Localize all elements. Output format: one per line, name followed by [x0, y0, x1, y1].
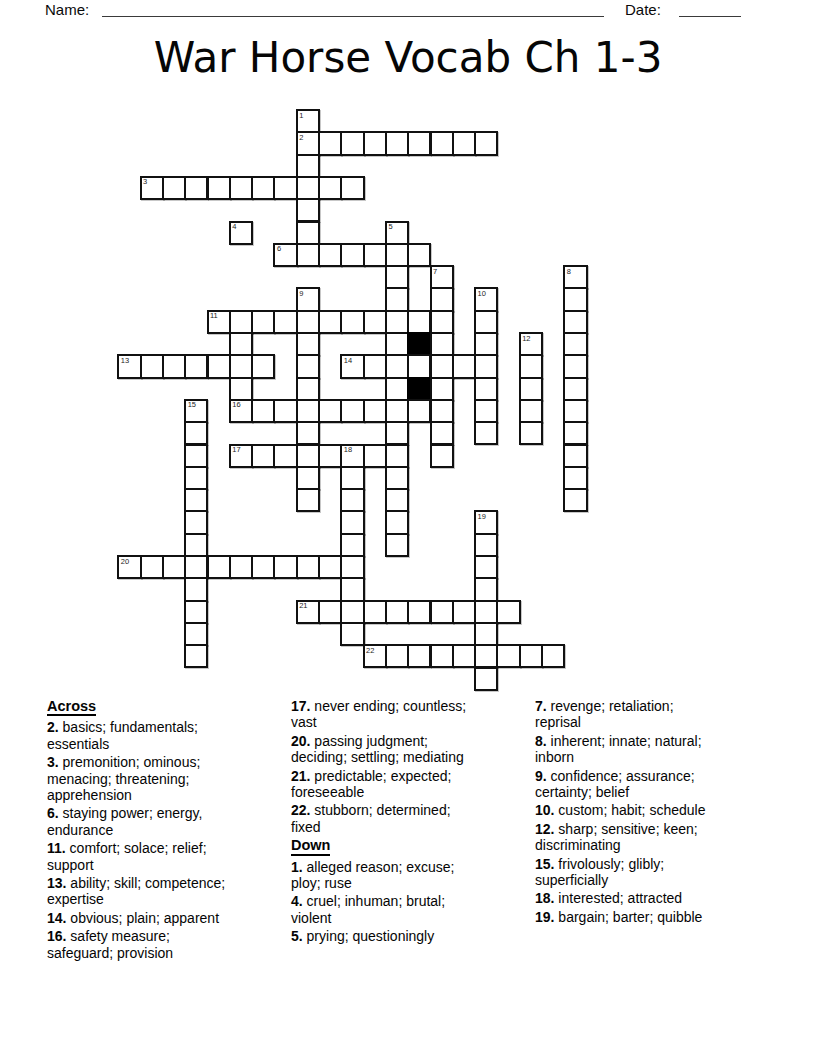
grid-cell[interactable] [563, 399, 587, 423]
grid-cell[interactable] [452, 354, 476, 378]
clue-number: 17. [291, 698, 314, 714]
grid-cell[interactable] [318, 243, 342, 267]
clue-text: custom; habit; schedule [558, 802, 705, 818]
grid-cell[interactable] [229, 176, 253, 200]
clue-item-14: 14. obvious; plain; apparent [47, 910, 289, 926]
clue-text: sharp; sensitive; keen; discriminating [535, 821, 698, 853]
grid-cell[interactable] [474, 310, 498, 334]
grid-cell[interactable] [474, 622, 498, 646]
black-cell [407, 377, 431, 401]
grid-cell[interactable] [140, 354, 164, 378]
clue-item-17: 17. never ending; countless; vast [291, 698, 533, 731]
grid-cell[interactable] [184, 644, 208, 668]
grid-cell[interactable]: 10 [474, 287, 498, 311]
clue-item-16: 16. safety measure; safeguard; provision [47, 928, 289, 961]
clue-number-label: 11 [210, 312, 218, 320]
clue-item-22: 22. stubborn; determined; fixed [291, 802, 533, 835]
grid-cell[interactable] [184, 444, 208, 468]
clue-number: 6. [47, 805, 63, 821]
grid-cell[interactable] [496, 644, 520, 668]
grid-cell[interactable] [474, 555, 498, 579]
clue-number-label: 17 [232, 446, 240, 454]
grid-cell[interactable] [474, 131, 498, 155]
grid-cell[interactable] [474, 667, 498, 691]
grid-cell[interactable] [340, 399, 364, 423]
grid-cell[interactable] [430, 131, 454, 155]
grid-cell[interactable] [430, 600, 454, 624]
grid-cell[interactable] [430, 444, 454, 468]
grid-cell[interactable] [184, 176, 208, 200]
clue-number-label: 21 [299, 602, 307, 610]
grid-cell[interactable] [251, 310, 275, 334]
grid-cell[interactable] [430, 287, 454, 311]
clue-number-label: 14 [344, 357, 352, 365]
grid-cell[interactable] [563, 332, 587, 356]
grid-cell[interactable] [296, 399, 320, 423]
grid-cell[interactable] [340, 533, 364, 557]
grid-cell[interactable] [162, 176, 186, 200]
grid-cell[interactable] [519, 421, 543, 445]
clue-number-label: 8 [567, 268, 571, 276]
grid-cell[interactable] [563, 444, 587, 468]
clue-text: passing judgment; deciding; settling; me… [291, 733, 464, 765]
clue-number: 1. [291, 859, 307, 875]
grid-cell[interactable] [363, 444, 387, 468]
clue-number: 19. [535, 909, 558, 925]
clue-number: 22. [291, 802, 314, 818]
grid-cell[interactable] [385, 510, 409, 534]
grid-cell[interactable] [363, 354, 387, 378]
clue-item-3: 3. premonition; ominous; menacing; threa… [47, 754, 289, 803]
clue-text: alleged reason; excuse; ploy; ruse [291, 859, 454, 891]
grid-cell[interactable] [184, 466, 208, 490]
grid-cell[interactable] [496, 600, 520, 624]
grid-cell[interactable] [296, 555, 320, 579]
grid-cell[interactable] [251, 555, 275, 579]
grid-cell[interactable] [340, 466, 364, 490]
grid-cell[interactable] [474, 600, 498, 624]
grid-cell[interactable] [563, 310, 587, 334]
grid-cell[interactable] [385, 287, 409, 311]
grid-cell[interactable] [229, 354, 253, 378]
clue-number-label: 9 [299, 290, 303, 298]
grid-cell[interactable] [184, 354, 208, 378]
clue-number: 5. [291, 928, 307, 944]
clue-text: bargain; barter; quibble [558, 909, 702, 925]
grid-cell[interactable] [407, 644, 431, 668]
grid-cell[interactable] [430, 421, 454, 445]
clue-text: predictable; expected; foreseeable [291, 768, 451, 800]
clue-text: staying power; energy, endurance [47, 805, 202, 837]
grid-cell[interactable] [296, 198, 320, 222]
clue-item-18: 18. interested; attracted [535, 890, 777, 906]
grid-cell[interactable] [207, 176, 231, 200]
grid-cell[interactable]: 6 [273, 243, 297, 267]
clue-text: cruel; inhuman; brutal; violent [291, 893, 445, 925]
grid-cell[interactable] [318, 555, 342, 579]
grid-cell[interactable] [363, 399, 387, 423]
clue-column-1: Across2. basics; fundamentals; essential… [47, 698, 289, 963]
grid-cell[interactable] [340, 488, 364, 512]
grid-cell[interactable] [519, 644, 543, 668]
clue-number-label: 20 [121, 558, 129, 566]
clue-number-label: 5 [388, 223, 392, 231]
clue-text: prying; questioningly [307, 928, 435, 944]
grid-cell[interactable] [563, 421, 587, 445]
grid-cell[interactable] [563, 354, 587, 378]
grid-cell[interactable] [474, 577, 498, 601]
grid-cell[interactable] [430, 399, 454, 423]
grid-cell[interactable]: 9 [296, 287, 320, 311]
grid-cell[interactable] [385, 332, 409, 356]
grid-cell[interactable] [251, 354, 275, 378]
clue-number: 15. [535, 856, 558, 872]
grid-cell[interactable] [229, 332, 253, 356]
grid-cell[interactable] [296, 466, 320, 490]
grid-cell[interactable] [184, 488, 208, 512]
grid-cell[interactable] [296, 221, 320, 245]
clue-number: 2. [47, 719, 63, 735]
grid-cell[interactable] [251, 444, 275, 468]
grid-cell[interactable] [296, 421, 320, 445]
grid-cell[interactable]: 19 [474, 510, 498, 534]
grid-cell[interactable] [318, 399, 342, 423]
grid-cell[interactable] [162, 354, 186, 378]
grid-cell[interactable] [452, 600, 476, 624]
grid-cell[interactable] [229, 377, 253, 401]
clue-text: ability; skill; competence; expertise [47, 875, 225, 907]
grid-cell[interactable] [340, 131, 364, 155]
grid-cell[interactable]: 21 [296, 600, 320, 624]
clue-number: 11. [47, 840, 70, 856]
grid-cell[interactable] [296, 444, 320, 468]
clue-item-9: 9. confidence; assurance; certainty; bel… [535, 768, 777, 801]
grid-cell[interactable]: 11 [207, 310, 231, 334]
grid-cell[interactable] [184, 577, 208, 601]
crossword-grid: 12345678910111213141516171819202122 [0, 0, 816, 700]
grid-cell[interactable] [340, 622, 364, 646]
grid-cell[interactable] [184, 421, 208, 445]
grid-cell[interactable] [273, 444, 297, 468]
clue-item-5: 5. prying; questioningly [291, 928, 533, 944]
grid-cell[interactable] [407, 310, 431, 334]
grid-cell[interactable] [474, 421, 498, 445]
grid-cell[interactable] [363, 310, 387, 334]
clue-column-2: 17. never ending; countless; vast20. pas… [291, 698, 533, 947]
grid-cell[interactable]: 18 [340, 444, 364, 468]
grid-cell[interactable] [519, 354, 543, 378]
grid-cell[interactable] [251, 176, 275, 200]
grid-cell[interactable] [430, 377, 454, 401]
grid-cell[interactable] [273, 555, 297, 579]
clue-number-label: 12 [522, 335, 530, 343]
clue-item-11: 11. comfort; solace; relief; support [47, 840, 289, 873]
grid-cell[interactable] [385, 466, 409, 490]
clues-heading-across: Across [47, 698, 96, 716]
clue-number-label: 15 [188, 401, 196, 409]
grid-cell[interactable] [318, 131, 342, 155]
grid-cell[interactable] [385, 421, 409, 445]
grid-cell[interactable] [519, 399, 543, 423]
grid-cell[interactable] [273, 310, 297, 334]
clue-text: obvious; plain; apparent [70, 910, 219, 926]
grid-cell[interactable] [563, 377, 587, 401]
grid-cell[interactable] [407, 399, 431, 423]
grid-cell[interactable] [563, 488, 587, 512]
clue-number: 21. [291, 768, 314, 784]
grid-cell[interactable]: 22 [363, 644, 387, 668]
clue-text: never ending; countless; vast [291, 698, 466, 730]
grid-cell[interactable] [340, 555, 364, 579]
worksheet-page: Name: Date: War Horse Vocab Ch 1-3 12345… [0, 0, 816, 1056]
clue-number: 3. [47, 754, 63, 770]
clue-text: interested; attracted [558, 890, 682, 906]
grid-cell[interactable] [318, 310, 342, 334]
grid-cell[interactable] [385, 644, 409, 668]
grid-cell[interactable]: 12 [519, 332, 543, 356]
grid-cell[interactable] [340, 310, 364, 334]
clue-item-2: 2. basics; fundamentals; essentials [47, 719, 289, 752]
grid-cell[interactable] [474, 399, 498, 423]
grid-cell[interactable] [229, 310, 253, 334]
clue-column-3: 7. revenge; retaliation; reprisal8. inhe… [535, 698, 777, 927]
grid-cell[interactable] [541, 644, 565, 668]
grid-cell[interactable]: 7 [430, 265, 454, 289]
clue-item-7: 7. revenge; retaliation; reprisal [535, 698, 777, 731]
grid-cell[interactable] [184, 622, 208, 646]
clue-number: 4. [291, 893, 307, 909]
clue-item-13: 13. ability; skill; competence; expertis… [47, 875, 289, 908]
grid-cell[interactable] [207, 555, 231, 579]
grid-cell[interactable] [407, 600, 431, 624]
grid-cell[interactable] [162, 555, 186, 579]
grid-cell[interactable] [296, 377, 320, 401]
grid-cell[interactable] [184, 600, 208, 624]
grid-cell[interactable] [452, 644, 476, 668]
grid-cell[interactable]: 16 [229, 399, 253, 423]
grid-cell[interactable] [563, 287, 587, 311]
clue-number-label: 1 [299, 112, 303, 120]
clue-number-label: 18 [344, 446, 352, 454]
grid-cell[interactable] [385, 488, 409, 512]
clue-text: premonition; ominous; menacing; threaten… [47, 754, 200, 803]
grid-cell[interactable] [296, 154, 320, 178]
grid-cell[interactable] [296, 310, 320, 334]
grid-cell[interactable] [363, 243, 387, 267]
clue-text: basics; fundamentals; essentials [47, 719, 198, 751]
grid-cell[interactable] [385, 600, 409, 624]
clue-number-label: 3 [143, 178, 147, 186]
clue-number: 7. [535, 698, 551, 714]
grid-cell[interactable] [140, 555, 164, 579]
grid-cell[interactable] [296, 332, 320, 356]
clue-number: 16. [47, 928, 70, 944]
grid-cell[interactable] [251, 399, 275, 423]
grid-cell[interactable] [207, 354, 231, 378]
clue-text: stubborn; determined; fixed [291, 802, 451, 834]
grid-cell[interactable] [296, 243, 320, 267]
clue-number-label: 22 [366, 647, 374, 655]
grid-cell[interactable]: 5 [385, 221, 409, 245]
clue-item-12: 12. sharp; sensitive; keen; discriminati… [535, 821, 777, 854]
grid-cell[interactable]: 17 [229, 444, 253, 468]
clue-number-label: 7 [433, 268, 437, 276]
grid-cell[interactable] [563, 466, 587, 490]
clues-heading-down: Down [291, 837, 330, 855]
grid-cell[interactable] [474, 644, 498, 668]
clue-number-label: 16 [232, 401, 240, 409]
clue-text: comfort; solace; relief; support [47, 840, 207, 872]
grid-cell[interactable] [340, 577, 364, 601]
grid-cell[interactable] [296, 488, 320, 512]
grid-cell[interactable]: 3 [140, 176, 164, 200]
clue-number-label: 2 [299, 134, 303, 142]
grid-cell[interactable]: 8 [563, 265, 587, 289]
grid-cell[interactable] [430, 644, 454, 668]
grid-cell[interactable] [296, 176, 320, 200]
clue-text: revenge; retaliation; reprisal [535, 698, 674, 730]
grid-cell[interactable]: 13 [117, 354, 141, 378]
grid-cell[interactable] [363, 131, 387, 155]
grid-cell[interactable] [318, 600, 342, 624]
grid-cell[interactable] [519, 377, 543, 401]
grid-cell[interactable] [385, 243, 409, 267]
grid-cell[interactable] [273, 176, 297, 200]
grid-cell[interactable] [385, 310, 409, 334]
clue-number-label: 4 [232, 223, 236, 231]
grid-cell[interactable] [296, 354, 320, 378]
grid-cell[interactable] [318, 444, 342, 468]
grid-cell[interactable]: 2 [296, 131, 320, 155]
grid-cell[interactable] [385, 131, 409, 155]
grid-cell[interactable]: 15 [184, 399, 208, 423]
grid-cell[interactable] [184, 510, 208, 534]
clue-number: 18. [535, 890, 558, 906]
grid-cell[interactable] [363, 600, 387, 624]
grid-cell[interactable] [407, 243, 431, 267]
grid-cell[interactable] [385, 444, 409, 468]
clue-item-19: 19. bargain; barter; quibble [535, 909, 777, 925]
grid-cell[interactable] [229, 555, 253, 579]
grid-cell[interactable] [430, 310, 454, 334]
clue-item-20: 20. passing judgment; deciding; settling… [291, 733, 533, 766]
clue-number-label: 10 [478, 290, 486, 298]
grid-cell[interactable] [474, 354, 498, 378]
clue-number-label: 6 [277, 245, 281, 253]
grid-cell[interactable] [474, 377, 498, 401]
grid-cell[interactable] [184, 533, 208, 557]
grid-cell[interactable] [385, 354, 409, 378]
grid-cell[interactable] [407, 131, 431, 155]
clue-item-4: 4. cruel; inhuman; brutal; violent [291, 893, 533, 926]
clue-number: 14. [47, 910, 70, 926]
clue-text: inherent; innate; natural; inborn [535, 733, 702, 765]
grid-cell[interactable] [340, 510, 364, 534]
grid-cell[interactable]: 1 [296, 109, 320, 133]
clue-item-6: 6. staying power; energy, endurance [47, 805, 289, 838]
grid-cell[interactable] [407, 354, 431, 378]
clue-number-label: 13 [121, 357, 129, 365]
clue-number: 20. [291, 733, 314, 749]
clue-number: 13. [47, 875, 70, 891]
grid-cell[interactable] [385, 377, 409, 401]
clue-text: confidence; assurance; certainty; belief [535, 768, 695, 800]
clue-item-21: 21. predictable; expected; foreseeable [291, 768, 533, 801]
grid-cell[interactable] [430, 332, 454, 356]
grid-cell[interactable] [385, 533, 409, 557]
clue-number: 8. [535, 733, 551, 749]
grid-cell[interactable] [340, 243, 364, 267]
clue-item-8: 8. inherent; innate; natural; inborn [535, 733, 777, 766]
clue-number: 10. [535, 802, 558, 818]
grid-cell[interactable] [430, 354, 454, 378]
grid-cell[interactable] [385, 399, 409, 423]
clue-number: 12. [535, 821, 558, 837]
clue-item-15: 15. frivolously; glibly; superficially [535, 856, 777, 889]
grid-cell[interactable]: 4 [229, 221, 253, 245]
grid-cell[interactable] [340, 600, 364, 624]
grid-cell[interactable] [340, 176, 364, 200]
grid-cell[interactable] [474, 533, 498, 557]
grid-cell[interactable] [273, 399, 297, 423]
grid-cell[interactable] [474, 332, 498, 356]
clue-number: 9. [535, 768, 551, 784]
clue-item-1: 1. alleged reason; excuse; ploy; ruse [291, 859, 533, 892]
black-cell [407, 332, 431, 356]
grid-cell[interactable] [184, 555, 208, 579]
grid-cell[interactable]: 20 [117, 555, 141, 579]
grid-cell[interactable] [452, 131, 476, 155]
clue-number-label: 19 [478, 513, 486, 521]
clue-item-10: 10. custom; habit; schedule [535, 802, 777, 818]
grid-cell[interactable] [318, 176, 342, 200]
grid-cell[interactable]: 14 [340, 354, 364, 378]
grid-cell[interactable] [385, 265, 409, 289]
